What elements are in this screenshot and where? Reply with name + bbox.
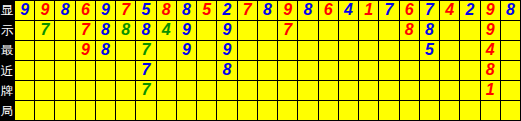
score-cell: 9 [481,21,500,40]
empty-cell [298,81,317,100]
score-cell: 7 [238,1,257,20]
empty-cell [55,21,74,40]
empty-cell [197,61,216,80]
empty-cell [319,41,338,60]
title-char: 近 [1,65,14,77]
empty-cell [379,21,398,40]
score-cell: 9 [217,41,236,60]
empty-cell [359,81,378,100]
empty-cell [400,61,419,80]
empty-cell [440,61,459,80]
empty-cell [481,101,500,120]
empty-cell [96,81,115,100]
score-cell: 4 [481,41,500,60]
empty-cell [501,61,520,80]
empty-cell [55,41,74,60]
empty-cell [258,41,277,60]
empty-cell [238,41,257,60]
empty-cell [76,61,95,80]
empty-cell [501,101,520,120]
score-cell: 1 [359,1,378,20]
score-cell: 1 [481,81,500,100]
empty-cell [116,81,135,100]
empty-cell [319,101,338,120]
score-cell: 9 [278,1,297,20]
empty-cell [379,41,398,60]
empty-cell [35,81,54,100]
score-cell: 4 [157,21,176,40]
empty-cell [339,21,358,40]
empty-cell [339,61,358,80]
empty-cell [197,41,216,60]
empty-cell [460,101,479,120]
empty-cell [359,101,378,120]
empty-cell [298,101,317,120]
score-cell: 6 [76,1,95,20]
empty-cell [157,61,176,80]
score-cell: 5 [197,1,216,20]
title-char: 局 [1,105,14,117]
score-cell: 5 [420,41,439,60]
empty-cell [238,101,257,120]
score-cell: 2 [217,1,236,20]
empty-cell [35,101,54,120]
score-cell: 9 [96,1,115,20]
empty-cell [298,21,317,40]
empty-cell [116,101,135,120]
empty-cell [379,61,398,80]
empty-cell [35,61,54,80]
empty-cell [460,41,479,60]
score-cell: 8 [258,1,277,20]
empty-cell [359,41,378,60]
empty-cell [460,61,479,80]
empty-cell [157,41,176,60]
score-cell: 9 [35,1,54,20]
empty-cell [319,81,338,100]
empty-cell [258,81,277,100]
score-cell: 7 [420,1,439,20]
score-cell: 7 [116,1,135,20]
empty-cell [339,41,358,60]
score-cell: 8 [400,21,419,40]
empty-cell [400,41,419,60]
empty-cell [339,101,358,120]
empty-cell [136,101,155,120]
empty-cell [379,101,398,120]
score-cell: 6 [400,1,419,20]
score-cell: 8 [298,1,317,20]
empty-cell [278,101,297,120]
empty-cell [76,101,95,120]
score-cell: 8 [157,1,176,20]
score-cell: 7 [136,81,155,100]
score-cell: 8 [177,1,196,20]
score-cell: 9 [177,21,196,40]
score-cell: 8 [55,1,74,20]
scoreboard-title-vertical: 显 示 最 近 牌 局 [0,0,14,121]
score-cell: 7 [35,21,54,40]
empty-cell [440,81,459,100]
empty-cell [55,101,74,120]
empty-cell [177,101,196,120]
score-cell: 8 [96,21,115,40]
empty-cell [116,61,135,80]
empty-cell [379,81,398,100]
empty-cell [359,21,378,40]
empty-cell [278,41,297,60]
score-cell: 8 [96,41,115,60]
score-cell: 9 [217,21,236,40]
empty-cell [258,61,277,80]
score-cell: 2 [460,1,479,20]
empty-cell [197,101,216,120]
empty-cell [359,61,378,80]
empty-cell [15,61,34,80]
score-cell: 8 [217,61,236,80]
empty-cell [15,81,34,100]
empty-cell [319,21,338,40]
empty-cell [177,61,196,80]
title-char: 显 [1,4,14,16]
empty-cell [15,21,34,40]
empty-cell [440,41,459,60]
empty-cell [339,81,358,100]
empty-cell [440,21,459,40]
empty-cell [217,81,236,100]
empty-cell [157,101,176,120]
score-cell: 9 [15,1,34,20]
empty-cell [440,101,459,120]
empty-cell [400,81,419,100]
score-cell: 5 [136,1,155,20]
empty-cell [278,81,297,100]
score-cell: 8 [136,21,155,40]
score-cell: 6 [319,1,338,20]
score-cell: 9 [481,1,500,20]
empty-cell [55,61,74,80]
score-cell: 4 [339,1,358,20]
empty-cell [319,61,338,80]
score-cell: 7 [136,41,155,60]
empty-cell [501,41,520,60]
empty-cell [238,21,257,40]
score-cell: 4 [440,1,459,20]
score-cell: 9 [177,41,196,60]
empty-cell [298,41,317,60]
empty-cell [197,81,216,100]
empty-cell [298,61,317,80]
empty-cell [15,101,34,120]
empty-cell [76,81,95,100]
empty-cell [258,21,277,40]
empty-cell [501,21,520,40]
empty-cell [96,61,115,80]
empty-cell [420,101,439,120]
score-cell: 7 [76,21,95,40]
empty-cell [420,81,439,100]
empty-cell [278,61,297,80]
empty-cell [116,41,135,60]
empty-cell [197,21,216,40]
score-cell: 7 [278,21,297,40]
title-char: 最 [1,44,14,56]
empty-cell [258,101,277,120]
empty-cell [420,61,439,80]
empty-cell [177,81,196,100]
score-cell: 7 [379,1,398,20]
score-cell: 8 [481,61,500,80]
empty-cell [35,41,54,60]
score-cell: 8 [420,21,439,40]
title-char: 示 [1,24,14,36]
empty-cell [460,81,479,100]
score-cell: 7 [136,61,155,80]
empty-cell [460,21,479,40]
empty-cell [96,101,115,120]
empty-cell [400,101,419,120]
empty-cell [238,61,257,80]
empty-cell [238,81,257,100]
empty-cell [501,81,520,100]
score-cell: 8 [501,1,520,20]
score-cell: 9 [76,41,95,60]
recent-rounds-scoreboard: 显 示 最 近 牌 局 9986975885278986417674298778… [0,0,521,121]
title-char: 牌 [1,85,14,97]
score-grid: 9986975885278986417674298778884997889987… [14,0,521,121]
score-cell: 8 [116,21,135,40]
empty-cell [157,81,176,100]
empty-cell [55,81,74,100]
empty-cell [15,41,34,60]
empty-cell [217,101,236,120]
